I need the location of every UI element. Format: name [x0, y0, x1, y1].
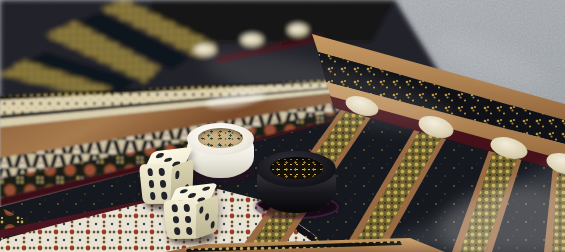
checker-top [187, 123, 254, 155]
pip [171, 204, 178, 212]
die-2[interactable] [165, 185, 219, 240]
die-2-right-face-3 [195, 194, 218, 239]
pip [159, 168, 166, 176]
pip [163, 157, 172, 162]
backgammon-photo-scene [0, 0, 565, 252]
pip [199, 205, 203, 214]
pip [210, 220, 214, 229]
pip [147, 169, 154, 177]
checker-inlay-mosaic [198, 128, 242, 148]
white-checker[interactable] [187, 123, 254, 178]
pip [205, 212, 209, 221]
pieces-layer [0, 0, 565, 252]
black-checker[interactable] [257, 151, 336, 213]
pip [186, 227, 193, 235]
pip [172, 216, 179, 224]
pip [175, 171, 179, 180]
pip [155, 153, 164, 158]
checker-inlay-mosaic [270, 157, 322, 179]
pip [173, 227, 180, 235]
pip [183, 204, 190, 212]
checker-top [257, 151, 336, 187]
pip [148, 181, 155, 189]
pip [188, 193, 197, 198]
pip [201, 186, 210, 191]
pip [184, 215, 191, 223]
pip [180, 189, 189, 194]
pip [149, 193, 156, 201]
